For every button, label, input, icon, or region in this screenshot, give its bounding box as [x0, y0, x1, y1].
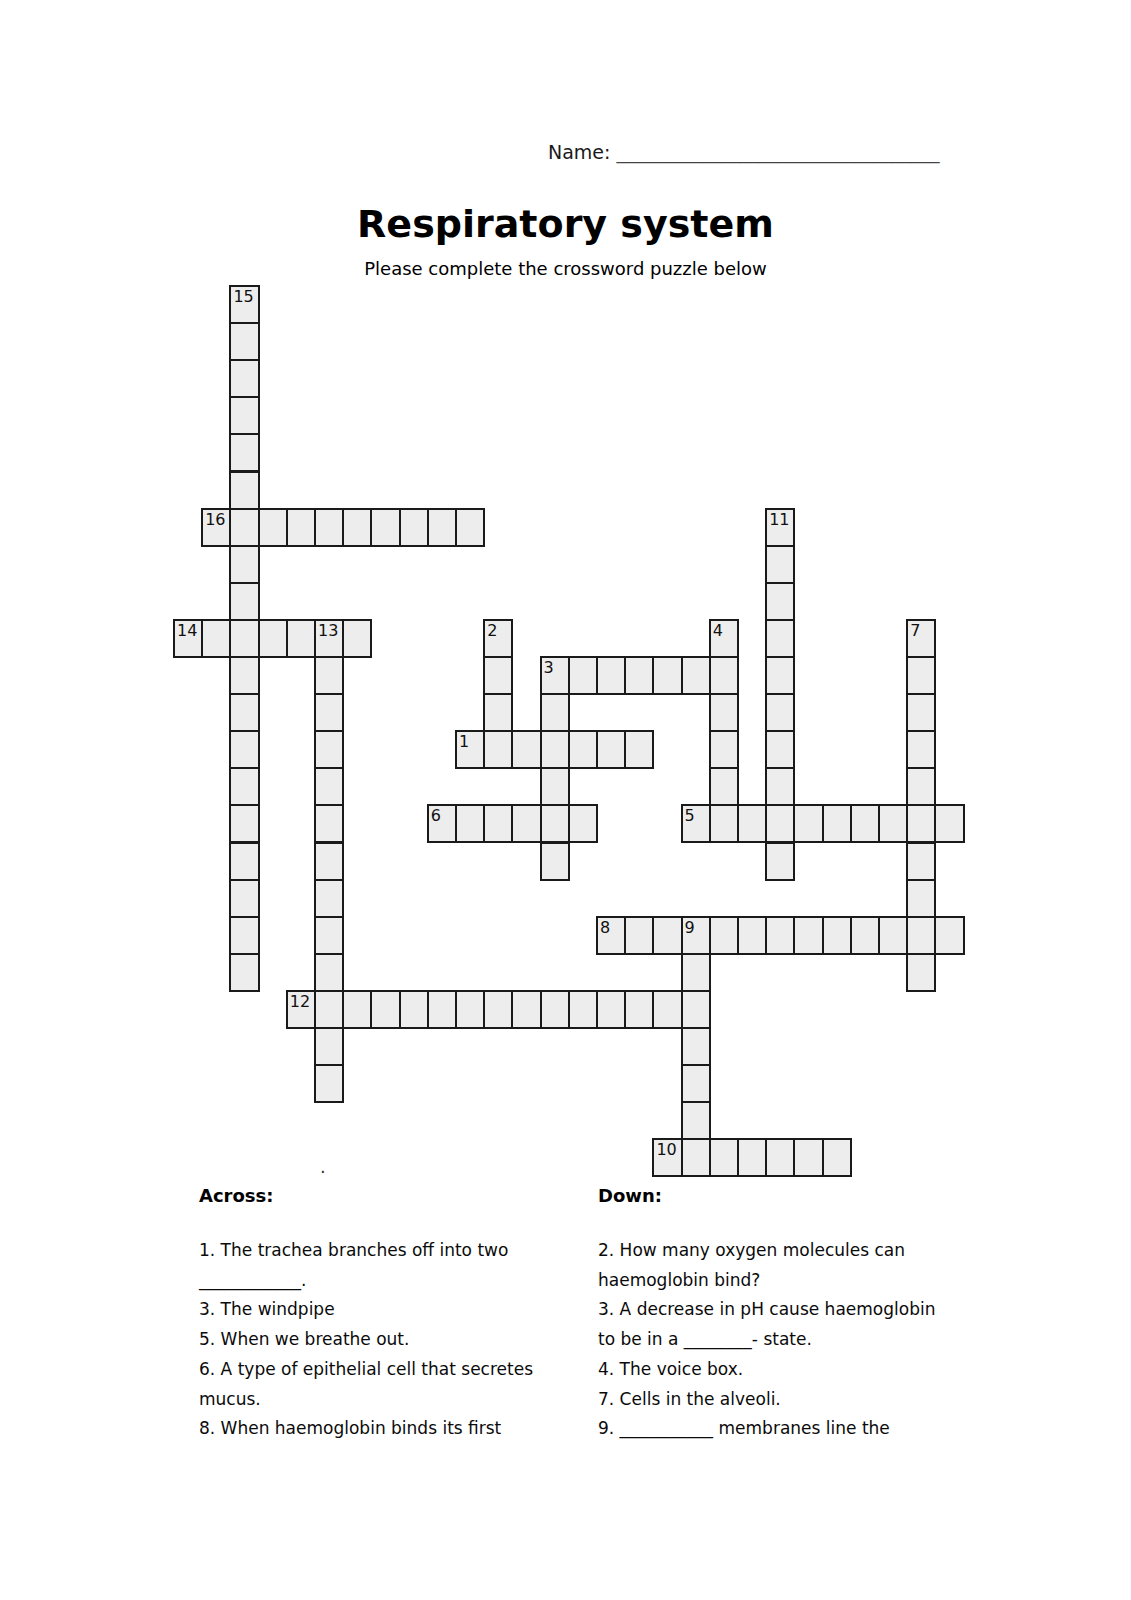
grid-cell[interactable]	[540, 804, 570, 843]
grid-cell[interactable]	[765, 1138, 795, 1177]
grid-cell[interactable]	[540, 730, 570, 769]
grid-cell[interactable]	[765, 656, 795, 695]
grid-cell[interactable]	[314, 879, 344, 918]
grid-cell[interactable]	[511, 730, 541, 769]
cell-number: 14	[177, 622, 201, 640]
across-clue-line: 6. A type of epithelial cell that secret…	[199, 1355, 594, 1385]
cell-number: 16	[205, 511, 229, 529]
page-subtitle: Please complete the crossword puzzle bel…	[0, 257, 1131, 281]
grid-cell[interactable]	[906, 879, 936, 918]
grid-cell[interactable]	[765, 916, 795, 955]
grid-cell[interactable]: 8	[596, 916, 626, 955]
worksheet-page: Name: __________________________________…	[0, 0, 1131, 1600]
grid-cell[interactable]: 13	[314, 619, 344, 658]
page-title: Respiratory system	[0, 202, 1131, 246]
grid-cell[interactable]	[709, 693, 739, 732]
grid-cell[interactable]	[483, 730, 513, 769]
grid-cell[interactable]	[906, 730, 936, 769]
cell-number: 13	[318, 622, 342, 640]
grid-cell[interactable]	[568, 656, 598, 695]
across-clue-line: ____________.	[199, 1266, 594, 1296]
grid-cell[interactable]	[765, 804, 795, 843]
grid-cell[interactable]	[342, 619, 372, 658]
name-blank-line[interactable]: __________________________________	[617, 141, 940, 163]
grid-cell[interactable]	[286, 619, 316, 658]
grid-cell[interactable]	[314, 953, 344, 992]
down-heading: Down:	[598, 1185, 662, 1207]
grid-cell[interactable]: 14	[173, 619, 203, 658]
down-clue-line: 2. How many oxygen molecules can	[598, 1236, 1018, 1266]
grid-cell[interactable]	[793, 804, 823, 843]
grid-cell[interactable]	[709, 916, 739, 955]
grid-cell[interactable]: 9	[681, 916, 711, 955]
grid-cell[interactable]	[709, 804, 739, 843]
grid-cell[interactable]	[427, 990, 457, 1029]
grid-cell[interactable]	[681, 1027, 711, 1066]
grid-cell[interactable]	[229, 396, 259, 435]
grid-cell[interactable]	[624, 916, 654, 955]
down-clue-line: 4. The voice box.	[598, 1355, 1018, 1385]
grid-cell[interactable]	[596, 656, 626, 695]
cell-number: 7	[910, 622, 934, 640]
grid-cell[interactable]	[568, 730, 598, 769]
grid-cell[interactable]	[906, 804, 936, 843]
grid-cell[interactable]	[342, 990, 372, 1029]
grid-cell[interactable]	[314, 693, 344, 732]
grid-cell[interactable]	[314, 767, 344, 806]
grid-cell[interactable]: 10	[652, 1138, 682, 1177]
grid-cell[interactable]	[314, 916, 344, 955]
grid-cell[interactable]	[229, 619, 259, 658]
grid-cell[interactable]: 12	[286, 990, 316, 1029]
grid-cell[interactable]	[906, 767, 936, 806]
grid-cell[interactable]	[229, 804, 259, 843]
grid-cell[interactable]	[709, 730, 739, 769]
grid-cell[interactable]	[624, 990, 654, 1029]
grid-cell[interactable]	[568, 990, 598, 1029]
grid-cell[interactable]	[737, 1138, 767, 1177]
stray-dot: .	[320, 1156, 326, 1177]
grid-cell[interactable]	[540, 990, 570, 1029]
grid-cell[interactable]	[709, 767, 739, 806]
grid-cell[interactable]	[765, 582, 795, 621]
grid-cell[interactable]	[906, 916, 936, 955]
crossword-grid: 15161114132473165891210	[173, 285, 965, 1177]
grid-cell[interactable]: 5	[681, 804, 711, 843]
grid-cell[interactable]	[483, 693, 513, 732]
grid-cell[interactable]	[793, 1138, 823, 1177]
grid-cell[interactable]: 6	[427, 804, 457, 843]
grid-cell[interactable]	[342, 508, 372, 547]
down-clue-line: 9. ___________ membranes line the	[598, 1414, 1018, 1444]
grid-cell[interactable]	[540, 767, 570, 806]
grid-cell[interactable]	[596, 990, 626, 1029]
down-clue-list: 2. How many oxygen molecules canhaemoglo…	[598, 1236, 1018, 1444]
grid-cell[interactable]	[906, 842, 936, 881]
cell-number: 1	[459, 733, 483, 751]
grid-cell[interactable]	[737, 916, 767, 955]
grid-cell[interactable]	[229, 767, 259, 806]
grid-cell[interactable]	[878, 916, 908, 955]
grid-cell[interactable]	[201, 619, 231, 658]
grid-cell[interactable]	[229, 693, 259, 732]
grid-cell[interactable]	[737, 804, 767, 843]
name-label: Name:	[548, 141, 610, 163]
grid-cell[interactable]	[229, 508, 259, 547]
cell-number: 3	[544, 659, 568, 677]
grid-cell[interactable]	[511, 804, 541, 843]
grid-cell[interactable]	[765, 730, 795, 769]
grid-cell[interactable]	[709, 656, 739, 695]
across-clue-line: 1. The trachea branches off into two	[199, 1236, 594, 1266]
grid-cell[interactable]	[681, 953, 711, 992]
grid-cell[interactable]	[229, 842, 259, 881]
across-heading: Across:	[199, 1185, 273, 1207]
across-clue-list: 1. The trachea branches off into two____…	[199, 1236, 594, 1444]
grid-cell[interactable]	[314, 1027, 344, 1066]
grid-cell[interactable]	[709, 1138, 739, 1177]
grid-cell[interactable]	[681, 990, 711, 1029]
grid-cell[interactable]	[793, 916, 823, 955]
grid-cell[interactable]	[934, 916, 964, 955]
grid-cell[interactable]	[370, 508, 400, 547]
grid-cell[interactable]	[229, 359, 259, 398]
cell-number: 10	[656, 1141, 680, 1159]
grid-cell[interactable]	[681, 1101, 711, 1140]
grid-cell[interactable]	[765, 842, 795, 881]
grid-cell[interactable]	[765, 767, 795, 806]
grid-cell[interactable]	[314, 1064, 344, 1103]
grid-cell[interactable]	[314, 842, 344, 881]
grid-cell[interactable]	[624, 656, 654, 695]
grid-cell[interactable]	[229, 730, 259, 769]
grid-cell[interactable]	[229, 433, 259, 472]
grid-cell[interactable]	[455, 804, 485, 843]
grid-cell[interactable]	[427, 508, 457, 547]
grid-cell[interactable]	[314, 804, 344, 843]
grid-cell[interactable]	[483, 656, 513, 695]
grid-cell[interactable]	[765, 619, 795, 658]
grid-cell[interactable]	[229, 656, 259, 695]
grid-cell[interactable]	[934, 804, 964, 843]
grid-cell[interactable]	[765, 693, 795, 732]
grid-cell[interactable]: 4	[709, 619, 739, 658]
down-clue-line: 3. A decrease in pH cause haemoglobin	[598, 1295, 1018, 1325]
grid-cell[interactable]	[229, 582, 259, 621]
grid-cell[interactable]	[850, 916, 880, 955]
grid-cell[interactable]	[229, 322, 259, 361]
grid-cell[interactable]	[906, 953, 936, 992]
grid-cell[interactable]	[399, 508, 429, 547]
grid-cell[interactable]	[822, 916, 852, 955]
grid-cell[interactable]	[314, 990, 344, 1029]
grid-cell[interactable]	[906, 656, 936, 695]
cell-number: 5	[685, 807, 709, 825]
grid-cell[interactable]	[370, 990, 400, 1029]
grid-cell[interactable]: 15	[229, 285, 259, 324]
grid-cell[interactable]	[314, 730, 344, 769]
cell-number: 8	[600, 919, 624, 937]
grid-cell[interactable]	[258, 619, 288, 658]
cell-number: 11	[769, 511, 793, 529]
grid-cell[interactable]	[906, 693, 936, 732]
grid-cell[interactable]	[229, 916, 259, 955]
grid-cell[interactable]	[540, 842, 570, 881]
grid-cell[interactable]	[822, 804, 852, 843]
down-clue-line: haemoglobin bind?	[598, 1266, 1018, 1296]
grid-cell[interactable]	[596, 730, 626, 769]
across-clue-line: 3. The windpipe	[199, 1295, 594, 1325]
grid-cell[interactable]	[624, 730, 654, 769]
grid-cell[interactable]	[455, 990, 485, 1029]
grid-cell[interactable]	[399, 990, 429, 1029]
name-line: Name: __________________________________	[548, 141, 940, 164]
grid-cell[interactable]	[568, 804, 598, 843]
grid-cell[interactable]	[229, 879, 259, 918]
grid-cell[interactable]	[681, 656, 711, 695]
grid-cell[interactable]: 11	[765, 508, 795, 547]
cell-number: 6	[431, 807, 455, 825]
across-clue-line: 8. When haemoglobin binds its first	[199, 1414, 594, 1444]
grid-cell[interactable]: 16	[201, 508, 231, 547]
grid-cell[interactable]	[229, 471, 259, 510]
grid-cell[interactable]: 3	[540, 656, 570, 695]
grid-cell[interactable]	[483, 990, 513, 1029]
grid-cell[interactable]	[314, 656, 344, 695]
grid-cell[interactable]	[540, 693, 570, 732]
grid-cell[interactable]	[765, 545, 795, 584]
grid-cell[interactable]	[850, 804, 880, 843]
grid-cell[interactable]	[229, 953, 259, 992]
cell-number: 12	[290, 993, 314, 1011]
grid-cell[interactable]	[511, 990, 541, 1029]
cell-number: 2	[487, 622, 511, 640]
grid-cell[interactable]	[652, 990, 682, 1029]
grid-cell[interactable]: 1	[455, 730, 485, 769]
grid-cell[interactable]: 2	[483, 619, 513, 658]
grid-cell[interactable]	[229, 545, 259, 584]
across-clue-line: 5. When we breathe out.	[199, 1325, 594, 1355]
down-clue-line: 7. Cells in the alveoli.	[598, 1385, 1018, 1415]
grid-cell[interactable]	[652, 656, 682, 695]
grid-cell[interactable]	[681, 1064, 711, 1103]
grid-cell[interactable]	[314, 508, 344, 547]
grid-cell[interactable]	[286, 508, 316, 547]
grid-cell[interactable]	[652, 916, 682, 955]
grid-cell[interactable]	[258, 508, 288, 547]
cell-number: 15	[233, 288, 257, 306]
grid-cell[interactable]	[681, 1138, 711, 1177]
grid-cell[interactable]	[878, 804, 908, 843]
cell-number: 9	[685, 919, 709, 937]
grid-cell[interactable]: 7	[906, 619, 936, 658]
across-clue-line: mucus.	[199, 1385, 594, 1415]
down-clue-line: to be in a ________- state.	[598, 1325, 1018, 1355]
grid-cell[interactable]	[455, 508, 485, 547]
grid-cell[interactable]	[483, 804, 513, 843]
grid-cell[interactable]	[822, 1138, 852, 1177]
cell-number: 4	[713, 622, 737, 640]
